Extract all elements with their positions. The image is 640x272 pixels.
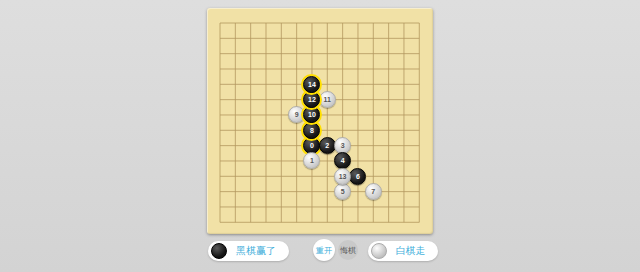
black-status-pill: 黑棋赢了	[208, 241, 289, 261]
white-status-text: 白棋走	[387, 244, 438, 258]
black-stone-icon	[211, 243, 227, 259]
stone-white-1: 1	[303, 152, 320, 169]
stone-black-8: 8	[303, 122, 320, 139]
white-status-pill: 白棋走	[368, 241, 438, 261]
black-status-text: 黑棋赢了	[227, 244, 289, 258]
stone-black-14: 14	[303, 76, 320, 93]
white-stone-icon	[371, 243, 387, 259]
gomoku-app: 01234567891011121314 黑棋赢了 重开 悔棋 白棋走	[0, 0, 640, 272]
stones-layer: 01234567891011121314	[207, 8, 433, 234]
restart-button[interactable]: 重开	[313, 239, 335, 261]
stone-white-5: 5	[334, 183, 351, 200]
stone-black-4: 4	[334, 152, 351, 169]
stone-black-12: 12	[303, 91, 320, 108]
stone-black-6: 6	[349, 168, 366, 185]
gomoku-board[interactable]: 01234567891011121314	[207, 8, 433, 234]
stone-white-11: 11	[319, 91, 336, 108]
stone-black-10: 10	[303, 106, 320, 123]
undo-button[interactable]: 悔棋	[338, 240, 358, 260]
stone-white-13: 13	[334, 168, 351, 185]
stone-white-7: 7	[365, 183, 382, 200]
